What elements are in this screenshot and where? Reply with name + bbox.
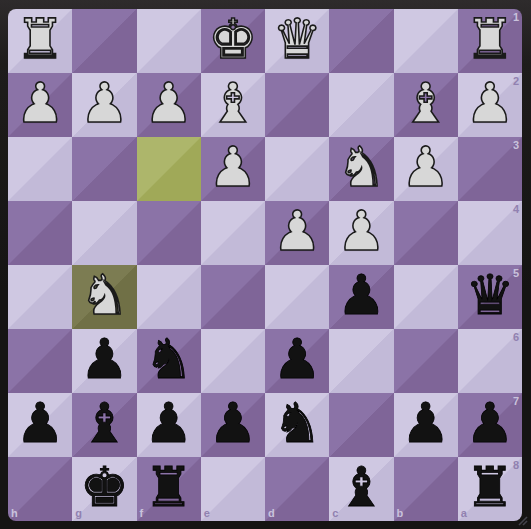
- square-b1[interactable]: [394, 9, 458, 73]
- square-d5[interactable]: [265, 265, 329, 329]
- piece-black-pawn[interactable]: ♟: [15, 396, 64, 451]
- square-e2[interactable]: ♝: [201, 73, 265, 137]
- square-f7[interactable]: ♟: [137, 393, 201, 457]
- square-c4[interactable]: ♟: [329, 201, 393, 265]
- square-g6[interactable]: ♟: [72, 329, 136, 393]
- square-a5[interactable]: ♛5: [458, 265, 522, 329]
- square-f3[interactable]: [137, 137, 201, 201]
- piece-white-rook[interactable]: ♜: [465, 12, 514, 67]
- piece-black-pawn[interactable]: ♟: [80, 332, 129, 387]
- square-h6[interactable]: [8, 329, 72, 393]
- square-d1[interactable]: ♛: [265, 9, 329, 73]
- square-g2[interactable]: ♟: [72, 73, 136, 137]
- square-d4[interactable]: ♟: [265, 201, 329, 265]
- piece-white-pawn[interactable]: ♟: [208, 140, 257, 195]
- square-c1[interactable]: [329, 9, 393, 73]
- piece-white-pawn[interactable]: ♟: [15, 76, 64, 131]
- square-c5[interactable]: ♟: [329, 265, 393, 329]
- square-c3[interactable]: ♞: [329, 137, 393, 201]
- rank-label-8: 8: [513, 460, 519, 471]
- piece-black-queen[interactable]: ♛: [465, 268, 514, 323]
- square-f6[interactable]: ♞: [137, 329, 201, 393]
- file-label-h: h: [11, 508, 18, 519]
- file-label-g: g: [75, 508, 82, 519]
- piece-white-knight[interactable]: ♞: [80, 268, 129, 323]
- piece-white-bishop[interactable]: ♝: [208, 76, 257, 131]
- square-b4[interactable]: [394, 201, 458, 265]
- square-g7[interactable]: ♝: [72, 393, 136, 457]
- square-g5[interactable]: ♞: [72, 265, 136, 329]
- square-c2[interactable]: [329, 73, 393, 137]
- square-c7[interactable]: [329, 393, 393, 457]
- rank-label-7: 7: [513, 396, 519, 407]
- square-g4[interactable]: [72, 201, 136, 265]
- square-c8[interactable]: ♝c: [329, 457, 393, 521]
- square-f5[interactable]: [137, 265, 201, 329]
- square-a1[interactable]: ♜1: [458, 9, 522, 73]
- square-e5[interactable]: [201, 265, 265, 329]
- square-h8[interactable]: h: [8, 457, 72, 521]
- square-c6[interactable]: [329, 329, 393, 393]
- square-a4[interactable]: 4: [458, 201, 522, 265]
- rank-label-2: 2: [513, 76, 519, 87]
- square-f4[interactable]: [137, 201, 201, 265]
- piece-black-knight[interactable]: ♞: [272, 396, 321, 451]
- piece-white-pawn[interactable]: ♟: [337, 204, 386, 259]
- square-b3[interactable]: ♟: [394, 137, 458, 201]
- square-h7[interactable]: ♟: [8, 393, 72, 457]
- piece-black-pawn[interactable]: ♟: [208, 396, 257, 451]
- piece-black-rook[interactable]: ♜: [144, 460, 193, 515]
- page-background: ♜♚♛♜1♟♟♟♝♝♟2♟♞♟3♟♟4♞♟♛5♟♞♟6♟♝♟♟♞♟♟7h♚g♜f…: [0, 0, 531, 529]
- square-a8[interactable]: ♜8a: [458, 457, 522, 521]
- board-resize-handle-icon[interactable]: [515, 513, 529, 527]
- piece-white-king[interactable]: ♚: [208, 12, 257, 67]
- piece-black-bishop[interactable]: ♝: [80, 396, 129, 451]
- file-label-a: a: [461, 508, 467, 519]
- piece-black-pawn[interactable]: ♟: [401, 396, 450, 451]
- rank-label-1: 1: [513, 12, 519, 23]
- file-label-e: e: [204, 508, 210, 519]
- piece-black-pawn[interactable]: ♟: [144, 396, 193, 451]
- square-g1[interactable]: [72, 9, 136, 73]
- square-a3[interactable]: 3: [458, 137, 522, 201]
- chess-board[interactable]: ♜♚♛♜1♟♟♟♝♝♟2♟♞♟3♟♟4♞♟♛5♟♞♟6♟♝♟♟♞♟♟7h♚g♜f…: [8, 9, 522, 521]
- piece-white-knight[interactable]: ♞: [337, 140, 386, 195]
- file-label-f: f: [140, 508, 144, 519]
- square-f1[interactable]: [137, 9, 201, 73]
- square-b7[interactable]: ♟: [394, 393, 458, 457]
- square-d6[interactable]: ♟: [265, 329, 329, 393]
- file-label-c: c: [332, 508, 338, 519]
- square-e6[interactable]: [201, 329, 265, 393]
- piece-white-queen[interactable]: ♛: [272, 12, 321, 67]
- square-h3[interactable]: [8, 137, 72, 201]
- piece-black-pawn[interactable]: ♟: [337, 268, 386, 323]
- square-h5[interactable]: [8, 265, 72, 329]
- rank-label-3: 3: [513, 140, 519, 151]
- piece-black-rook[interactable]: ♜: [465, 460, 514, 515]
- square-f8[interactable]: ♜f: [137, 457, 201, 521]
- piece-black-king[interactable]: ♚: [80, 460, 129, 515]
- square-g8[interactable]: ♚g: [72, 457, 136, 521]
- square-a2[interactable]: ♟2: [458, 73, 522, 137]
- piece-white-pawn[interactable]: ♟: [144, 76, 193, 131]
- square-b8[interactable]: b: [394, 457, 458, 521]
- piece-white-pawn[interactable]: ♟: [401, 140, 450, 195]
- square-e1[interactable]: ♚: [201, 9, 265, 73]
- square-b5[interactable]: [394, 265, 458, 329]
- file-label-d: d: [268, 508, 275, 519]
- square-d2[interactable]: [265, 73, 329, 137]
- piece-black-pawn[interactable]: ♟: [465, 396, 514, 451]
- rank-label-6: 6: [513, 332, 519, 343]
- square-g3[interactable]: [72, 137, 136, 201]
- square-e3[interactable]: ♟: [201, 137, 265, 201]
- square-a7[interactable]: ♟7: [458, 393, 522, 457]
- square-b6[interactable]: [394, 329, 458, 393]
- rank-label-4: 4: [513, 204, 519, 215]
- square-f2[interactable]: ♟: [137, 73, 201, 137]
- square-h1[interactable]: ♜: [8, 9, 72, 73]
- square-e8[interactable]: e: [201, 457, 265, 521]
- square-h2[interactable]: ♟: [8, 73, 72, 137]
- piece-black-knight[interactable]: ♞: [144, 332, 193, 387]
- square-b2[interactable]: ♝: [394, 73, 458, 137]
- piece-white-pawn[interactable]: ♟: [465, 76, 514, 131]
- square-d7[interactable]: ♞: [265, 393, 329, 457]
- piece-white-pawn[interactable]: ♟: [272, 204, 321, 259]
- piece-black-bishop[interactable]: ♝: [337, 460, 386, 515]
- piece-white-bishop[interactable]: ♝: [401, 76, 450, 131]
- piece-white-rook[interactable]: ♜: [15, 12, 64, 67]
- square-e7[interactable]: ♟: [201, 393, 265, 457]
- file-label-b: b: [397, 508, 404, 519]
- piece-white-pawn[interactable]: ♟: [80, 76, 129, 131]
- square-d8[interactable]: d: [265, 457, 329, 521]
- square-e4[interactable]: [201, 201, 265, 265]
- square-h4[interactable]: [8, 201, 72, 265]
- rank-label-5: 5: [513, 268, 519, 279]
- piece-black-pawn[interactable]: ♟: [272, 332, 321, 387]
- square-d3[interactable]: [265, 137, 329, 201]
- square-a6[interactable]: 6: [458, 329, 522, 393]
